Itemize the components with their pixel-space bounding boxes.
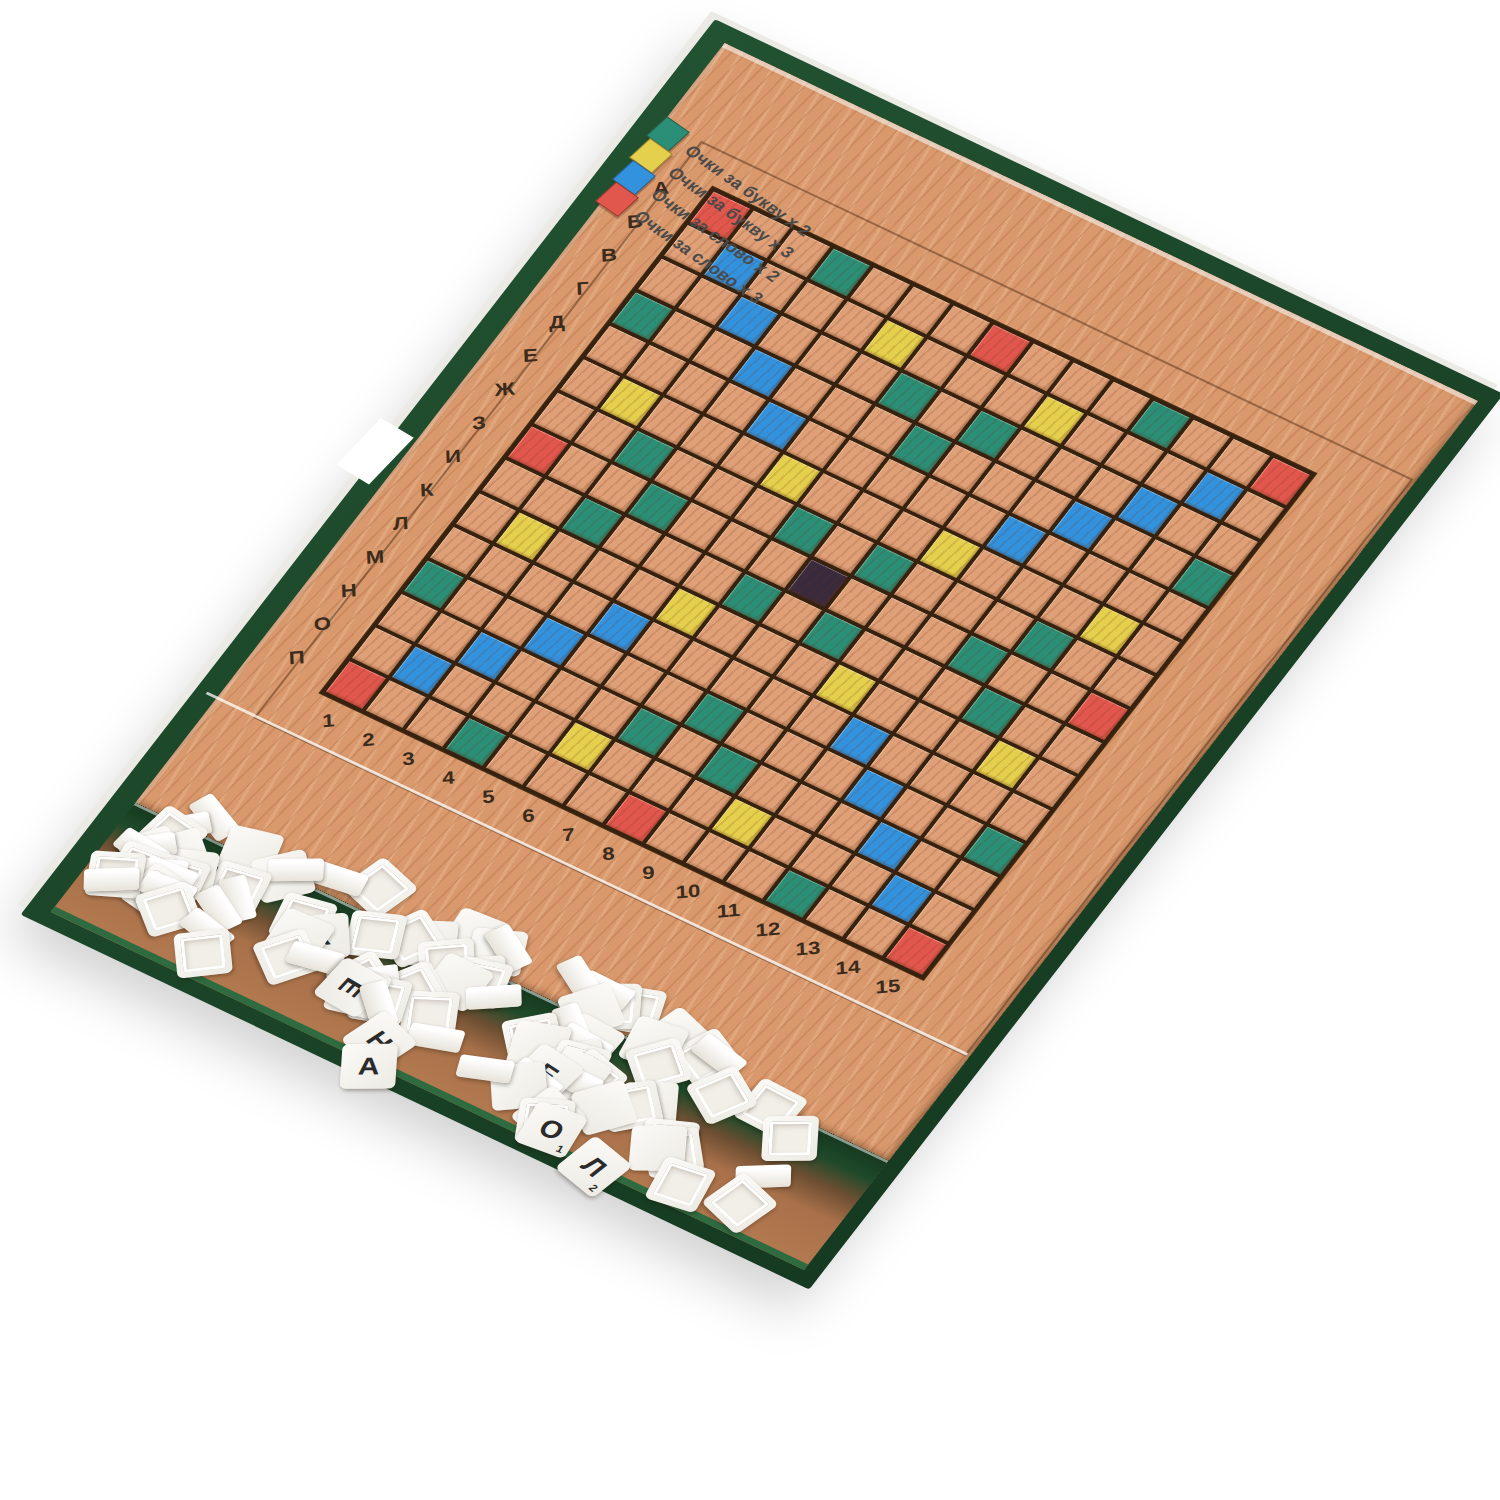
letter-tile-blank[interactable]	[267, 858, 324, 881]
letter-tile-blank[interactable]	[761, 1115, 819, 1160]
letter-tile-А[interactable]: А	[340, 1044, 398, 1089]
letter-tile-blank[interactable]	[466, 984, 522, 1010]
letter-tile-blank[interactable]	[83, 867, 139, 891]
letter-tile-blank[interactable]	[173, 928, 233, 979]
photo-canvas: АБВГДЕЖЗИКЛМНОП 123456789101112131415 Оч…	[0, 0, 1500, 1500]
